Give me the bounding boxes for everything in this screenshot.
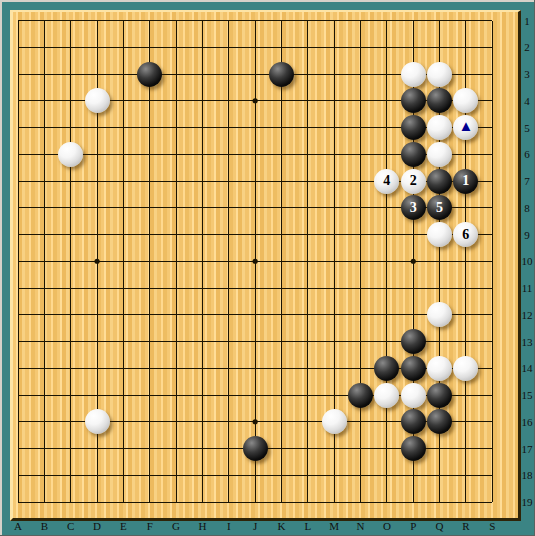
intersection-S2[interactable] [479,34,505,61]
intersection-K8[interactable] [268,194,294,221]
intersection-G19[interactable] [163,489,189,516]
intersection-I18[interactable] [216,462,242,489]
intersection-C11[interactable] [58,275,84,302]
intersection-N4[interactable] [347,87,373,114]
intersection-A15[interactable] [5,382,31,409]
intersection-A18[interactable] [5,462,31,489]
intersection-B14[interactable] [31,355,57,382]
intersection-L17[interactable] [295,435,321,462]
intersection-Q15[interactable] [426,382,452,409]
intersection-S4[interactable] [479,87,505,114]
intersection-O13[interactable] [374,328,400,355]
intersection-B16[interactable] [31,408,57,435]
intersection-K7[interactable] [268,168,294,195]
intersection-M12[interactable] [321,301,347,328]
intersection-G4[interactable] [163,87,189,114]
intersection-C4[interactable] [58,87,84,114]
intersection-R7[interactable]: 1 [453,168,479,195]
intersection-B4[interactable] [31,87,57,114]
intersection-D14[interactable] [84,355,110,382]
intersection-E16[interactable] [110,408,136,435]
intersection-P18[interactable] [400,462,426,489]
intersection-J12[interactable] [242,301,268,328]
intersection-P14[interactable] [400,355,426,382]
intersection-N19[interactable] [347,489,373,516]
intersection-D19[interactable] [84,489,110,516]
intersection-J13[interactable] [242,328,268,355]
intersection-J5[interactable] [242,114,268,141]
intersection-S12[interactable] [479,301,505,328]
intersection-A1[interactable] [5,7,31,34]
intersection-N12[interactable] [347,301,373,328]
intersection-O8[interactable] [374,194,400,221]
intersection-R5[interactable]: ▲ [453,114,479,141]
intersection-F8[interactable] [137,194,163,221]
intersection-D2[interactable] [84,34,110,61]
intersection-D16[interactable] [84,408,110,435]
intersection-I6[interactable] [216,141,242,168]
intersection-P10[interactable] [400,248,426,275]
intersection-I4[interactable] [216,87,242,114]
intersection-S11[interactable] [479,275,505,302]
intersection-G6[interactable] [163,141,189,168]
intersection-S7[interactable] [479,168,505,195]
intersection-D17[interactable] [84,435,110,462]
intersection-E4[interactable] [110,87,136,114]
intersection-P1[interactable] [400,7,426,34]
intersection-S17[interactable] [479,435,505,462]
intersection-K19[interactable] [268,489,294,516]
intersection-A12[interactable] [5,301,31,328]
intersection-I16[interactable] [216,408,242,435]
intersection-O9[interactable] [374,221,400,248]
intersection-L14[interactable] [295,355,321,382]
intersection-J3[interactable] [242,61,268,88]
intersection-I10[interactable] [216,248,242,275]
intersection-A17[interactable] [5,435,31,462]
intersection-I12[interactable] [216,301,242,328]
intersection-R2[interactable] [453,34,479,61]
intersection-S13[interactable] [479,328,505,355]
intersection-G12[interactable] [163,301,189,328]
intersection-Q16[interactable] [426,408,452,435]
intersection-I5[interactable] [216,114,242,141]
intersection-H10[interactable] [189,248,215,275]
intersection-M8[interactable] [321,194,347,221]
intersection-B15[interactable] [31,382,57,409]
intersection-J19[interactable] [242,489,268,516]
intersection-I1[interactable] [216,7,242,34]
intersection-N8[interactable] [347,194,373,221]
intersection-M6[interactable] [321,141,347,168]
intersection-N1[interactable] [347,7,373,34]
intersection-R11[interactable] [453,275,479,302]
intersection-C12[interactable] [58,301,84,328]
intersection-K5[interactable] [268,114,294,141]
intersection-C2[interactable] [58,34,84,61]
intersection-O2[interactable] [374,34,400,61]
intersection-I13[interactable] [216,328,242,355]
intersection-O5[interactable] [374,114,400,141]
intersection-J4[interactable] [242,87,268,114]
intersection-Q14[interactable] [426,355,452,382]
intersection-E11[interactable] [110,275,136,302]
intersection-Q17[interactable] [426,435,452,462]
intersection-Q5[interactable] [426,114,452,141]
intersection-B19[interactable] [31,489,57,516]
intersection-A5[interactable] [5,114,31,141]
intersection-S14[interactable] [479,355,505,382]
intersection-P4[interactable] [400,87,426,114]
intersection-E18[interactable] [110,462,136,489]
intersection-P13[interactable] [400,328,426,355]
intersection-J17[interactable] [242,435,268,462]
intersection-P2[interactable] [400,34,426,61]
intersection-L11[interactable] [295,275,321,302]
intersection-G2[interactable] [163,34,189,61]
intersection-L6[interactable] [295,141,321,168]
intersection-C14[interactable] [58,355,84,382]
intersection-G16[interactable] [163,408,189,435]
intersection-H15[interactable] [189,382,215,409]
intersection-L15[interactable] [295,382,321,409]
intersection-C16[interactable] [58,408,84,435]
intersection-D10[interactable] [84,248,110,275]
intersection-J7[interactable] [242,168,268,195]
intersection-C17[interactable] [58,435,84,462]
intersection-K13[interactable] [268,328,294,355]
intersection-M5[interactable] [321,114,347,141]
intersection-I3[interactable] [216,61,242,88]
intersection-B10[interactable] [31,248,57,275]
intersection-E19[interactable] [110,489,136,516]
intersection-E6[interactable] [110,141,136,168]
intersection-L2[interactable] [295,34,321,61]
intersection-O7[interactable]: 4 [374,168,400,195]
intersection-M17[interactable] [321,435,347,462]
intersection-R17[interactable] [453,435,479,462]
intersection-L3[interactable] [295,61,321,88]
intersection-F15[interactable] [137,382,163,409]
intersection-N16[interactable] [347,408,373,435]
intersection-R15[interactable] [453,382,479,409]
intersection-G3[interactable] [163,61,189,88]
intersection-E2[interactable] [110,34,136,61]
intersection-D15[interactable] [84,382,110,409]
intersection-N3[interactable] [347,61,373,88]
intersection-K2[interactable] [268,34,294,61]
intersection-P15[interactable] [400,382,426,409]
intersection-I9[interactable] [216,221,242,248]
intersection-C5[interactable] [58,114,84,141]
intersection-A7[interactable] [5,168,31,195]
intersection-B18[interactable] [31,462,57,489]
intersection-F5[interactable] [137,114,163,141]
intersection-F2[interactable] [137,34,163,61]
intersection-O6[interactable] [374,141,400,168]
intersection-M11[interactable] [321,275,347,302]
intersection-M10[interactable] [321,248,347,275]
intersection-B1[interactable] [31,7,57,34]
intersection-L12[interactable] [295,301,321,328]
intersection-M16[interactable] [321,408,347,435]
intersection-Q2[interactable] [426,34,452,61]
intersection-Q18[interactable] [426,462,452,489]
intersection-C7[interactable] [58,168,84,195]
intersection-R10[interactable] [453,248,479,275]
intersection-H7[interactable] [189,168,215,195]
intersection-D13[interactable] [84,328,110,355]
intersection-M15[interactable] [321,382,347,409]
intersection-C6[interactable] [58,141,84,168]
intersection-F14[interactable] [137,355,163,382]
intersection-G10[interactable] [163,248,189,275]
intersection-I15[interactable] [216,382,242,409]
intersection-F9[interactable] [137,221,163,248]
intersection-A2[interactable] [5,34,31,61]
intersection-N10[interactable] [347,248,373,275]
intersection-L19[interactable] [295,489,321,516]
intersection-G8[interactable] [163,194,189,221]
intersection-S18[interactable] [479,462,505,489]
intersection-C13[interactable] [58,328,84,355]
intersection-D6[interactable] [84,141,110,168]
intersection-J14[interactable] [242,355,268,382]
intersection-S6[interactable] [479,141,505,168]
intersection-I14[interactable] [216,355,242,382]
intersection-E1[interactable] [110,7,136,34]
intersection-J6[interactable] [242,141,268,168]
intersection-L13[interactable] [295,328,321,355]
intersection-M2[interactable] [321,34,347,61]
intersection-O19[interactable] [374,489,400,516]
intersection-R14[interactable] [453,355,479,382]
intersection-F3[interactable] [137,61,163,88]
intersection-G11[interactable] [163,275,189,302]
intersection-Q12[interactable] [426,301,452,328]
intersection-R12[interactable] [453,301,479,328]
intersection-E10[interactable] [110,248,136,275]
intersection-K12[interactable] [268,301,294,328]
intersection-I11[interactable] [216,275,242,302]
intersection-E9[interactable] [110,221,136,248]
intersection-S16[interactable] [479,408,505,435]
intersection-H14[interactable] [189,355,215,382]
intersection-N17[interactable] [347,435,373,462]
intersection-E17[interactable] [110,435,136,462]
intersection-Q4[interactable] [426,87,452,114]
intersection-N14[interactable] [347,355,373,382]
intersection-L8[interactable] [295,194,321,221]
intersection-G17[interactable] [163,435,189,462]
intersection-O11[interactable] [374,275,400,302]
intersection-P6[interactable] [400,141,426,168]
intersection-J10[interactable] [242,248,268,275]
intersection-Q8[interactable]: 5 [426,194,452,221]
intersection-O14[interactable] [374,355,400,382]
intersection-I17[interactable] [216,435,242,462]
intersection-J15[interactable] [242,382,268,409]
intersection-L18[interactable] [295,462,321,489]
intersection-P17[interactable] [400,435,426,462]
intersection-O1[interactable] [374,7,400,34]
intersection-J18[interactable] [242,462,268,489]
intersection-S8[interactable] [479,194,505,221]
intersection-N7[interactable] [347,168,373,195]
intersection-R3[interactable] [453,61,479,88]
intersection-D4[interactable] [84,87,110,114]
intersection-M13[interactable] [321,328,347,355]
intersection-A4[interactable] [5,87,31,114]
intersection-R18[interactable] [453,462,479,489]
intersection-J9[interactable] [242,221,268,248]
intersection-A11[interactable] [5,275,31,302]
intersection-D1[interactable] [84,7,110,34]
intersection-I7[interactable] [216,168,242,195]
intersection-M18[interactable] [321,462,347,489]
intersection-B12[interactable] [31,301,57,328]
intersection-O4[interactable] [374,87,400,114]
intersection-C8[interactable] [58,194,84,221]
intersection-G5[interactable] [163,114,189,141]
intersection-P16[interactable] [400,408,426,435]
intersection-B13[interactable] [31,328,57,355]
intersection-H4[interactable] [189,87,215,114]
intersection-J8[interactable] [242,194,268,221]
intersection-L9[interactable] [295,221,321,248]
intersection-L1[interactable] [295,7,321,34]
intersection-F19[interactable] [137,489,163,516]
intersection-D12[interactable] [84,301,110,328]
intersection-M9[interactable] [321,221,347,248]
intersection-H8[interactable] [189,194,215,221]
intersection-N11[interactable] [347,275,373,302]
intersection-G13[interactable] [163,328,189,355]
intersection-Q10[interactable] [426,248,452,275]
intersection-E5[interactable] [110,114,136,141]
intersection-S15[interactable] [479,382,505,409]
intersection-H13[interactable] [189,328,215,355]
intersection-L7[interactable] [295,168,321,195]
intersection-C10[interactable] [58,248,84,275]
intersection-K4[interactable] [268,87,294,114]
intersection-K10[interactable] [268,248,294,275]
intersection-D9[interactable] [84,221,110,248]
intersection-R1[interactable] [453,7,479,34]
intersection-A14[interactable] [5,355,31,382]
intersection-I2[interactable] [216,34,242,61]
intersection-R13[interactable] [453,328,479,355]
intersection-O16[interactable] [374,408,400,435]
intersection-K14[interactable] [268,355,294,382]
intersection-F18[interactable] [137,462,163,489]
intersection-Q19[interactable] [426,489,452,516]
intersection-S1[interactable] [479,7,505,34]
intersection-B5[interactable] [31,114,57,141]
intersection-D18[interactable] [84,462,110,489]
intersection-C3[interactable] [58,61,84,88]
intersection-R6[interactable] [453,141,479,168]
intersection-G7[interactable] [163,168,189,195]
intersection-C1[interactable] [58,7,84,34]
intersection-A10[interactable] [5,248,31,275]
intersection-B2[interactable] [31,34,57,61]
intersection-N13[interactable] [347,328,373,355]
intersection-G1[interactable] [163,7,189,34]
intersection-L16[interactable] [295,408,321,435]
intersection-G15[interactable] [163,382,189,409]
intersection-B9[interactable] [31,221,57,248]
intersection-K9[interactable] [268,221,294,248]
intersection-M14[interactable] [321,355,347,382]
intersection-O15[interactable] [374,382,400,409]
intersection-K11[interactable] [268,275,294,302]
intersection-O12[interactable] [374,301,400,328]
intersection-H17[interactable] [189,435,215,462]
intersection-F7[interactable] [137,168,163,195]
intersection-C15[interactable] [58,382,84,409]
intersection-J1[interactable] [242,7,268,34]
intersection-P9[interactable] [400,221,426,248]
intersection-G18[interactable] [163,462,189,489]
intersection-E13[interactable] [110,328,136,355]
intersection-E14[interactable] [110,355,136,382]
intersection-C18[interactable] [58,462,84,489]
intersection-B8[interactable] [31,194,57,221]
intersection-P5[interactable] [400,114,426,141]
intersection-A6[interactable] [5,141,31,168]
intersection-O3[interactable] [374,61,400,88]
intersection-N18[interactable] [347,462,373,489]
intersection-Q7[interactable] [426,168,452,195]
intersection-L4[interactable] [295,87,321,114]
intersection-E15[interactable] [110,382,136,409]
intersection-S3[interactable] [479,61,505,88]
intersection-Q6[interactable] [426,141,452,168]
intersection-F4[interactable] [137,87,163,114]
intersection-R8[interactable] [453,194,479,221]
intersection-F17[interactable] [137,435,163,462]
intersection-K1[interactable] [268,7,294,34]
intersection-P7[interactable]: 2 [400,168,426,195]
intersection-J16[interactable] [242,408,268,435]
intersection-J2[interactable] [242,34,268,61]
intersection-B7[interactable] [31,168,57,195]
intersection-A16[interactable] [5,408,31,435]
intersection-H1[interactable] [189,7,215,34]
intersection-Q11[interactable] [426,275,452,302]
intersection-P3[interactable] [400,61,426,88]
intersection-N6[interactable] [347,141,373,168]
intersection-K17[interactable] [268,435,294,462]
intersection-N15[interactable] [347,382,373,409]
intersection-S10[interactable] [479,248,505,275]
intersection-E7[interactable] [110,168,136,195]
intersection-L10[interactable] [295,248,321,275]
intersection-H5[interactable] [189,114,215,141]
intersection-E12[interactable] [110,301,136,328]
intersection-F10[interactable] [137,248,163,275]
intersection-C19[interactable] [58,489,84,516]
intersection-A8[interactable] [5,194,31,221]
intersection-S19[interactable] [479,489,505,516]
intersection-C9[interactable] [58,221,84,248]
intersection-Q9[interactable] [426,221,452,248]
intersection-F16[interactable] [137,408,163,435]
intersection-H19[interactable] [189,489,215,516]
intersection-A13[interactable] [5,328,31,355]
intersection-A3[interactable] [5,61,31,88]
